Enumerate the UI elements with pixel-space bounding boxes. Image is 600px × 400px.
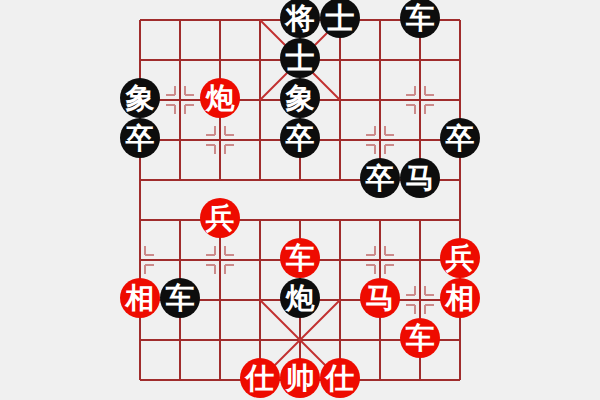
piece-red-horse[interactable]: 马 <box>360 278 400 318</box>
piece-red-chariot[interactable]: 车 <box>400 318 440 358</box>
piece-red-elephant[interactable]: 相 <box>120 278 160 318</box>
piece-black-chariot[interactable]: 车 <box>160 278 200 318</box>
piece-black-chariot[interactable]: 车 <box>400 0 440 38</box>
piece-black-elephant[interactable]: 象 <box>120 78 160 118</box>
piece-black-soldier[interactable]: 卒 <box>360 158 400 198</box>
piece-red-advisor[interactable]: 仕 <box>320 358 360 398</box>
piece-black-soldier[interactable]: 卒 <box>280 118 320 158</box>
piece-black-soldier[interactable]: 卒 <box>440 118 480 158</box>
piece-red-advisor[interactable]: 仕 <box>240 358 280 398</box>
piece-red-cannon[interactable]: 炮 <box>200 78 240 118</box>
piece-black-cannon[interactable]: 炮 <box>280 278 320 318</box>
piece-black-soldier[interactable]: 卒 <box>120 118 160 158</box>
piece-black-advisor[interactable]: 士 <box>280 38 320 78</box>
piece-red-general[interactable]: 帅 <box>280 358 320 398</box>
piece-red-chariot[interactable]: 车 <box>280 238 320 278</box>
piece-black-horse[interactable]: 马 <box>400 158 440 198</box>
piece-black-advisor[interactable]: 士 <box>320 0 360 38</box>
piece-red-soldier[interactable]: 兵 <box>200 198 240 238</box>
piece-black-general[interactable]: 将 <box>280 0 320 38</box>
piece-black-elephant[interactable]: 象 <box>280 78 320 118</box>
piece-red-soldier[interactable]: 兵 <box>440 238 480 278</box>
xiangqi-board: 将士车士象炮象卒卒卒卒马兵车兵相车炮马相车仕帅仕 <box>0 0 600 400</box>
piece-red-elephant[interactable]: 相 <box>440 278 480 318</box>
